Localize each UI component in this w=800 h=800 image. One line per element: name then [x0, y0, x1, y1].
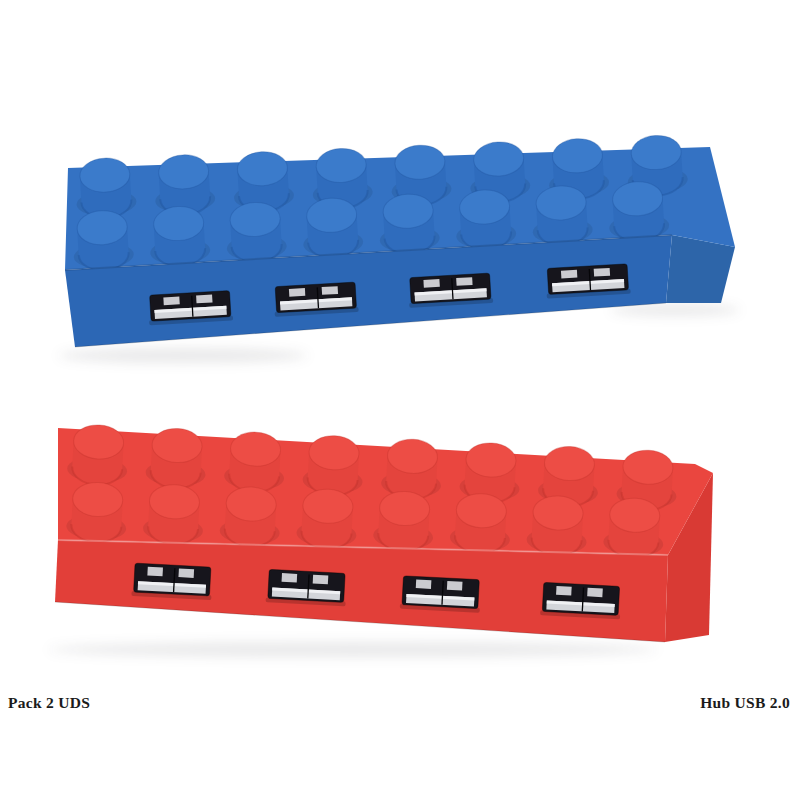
usb-port — [266, 569, 348, 606]
usb-port — [273, 282, 359, 317]
caption-pack-size: Pack 2 UDS — [8, 694, 90, 712]
brick-side-face — [666, 235, 735, 303]
usb-port — [545, 264, 631, 299]
caption-product-name: Hub USB 2.0 — [700, 694, 790, 712]
usb-port — [408, 273, 494, 308]
usb-port — [400, 576, 482, 613]
usb-port — [131, 563, 213, 600]
usb-port — [148, 290, 234, 325]
blue-brick-usb-hub — [45, 95, 745, 370]
product-photo: Pack 2 UDS Hub USB 2.0 — [0, 0, 800, 800]
usb-port — [540, 582, 622, 619]
red-brick-usb-hub — [25, 415, 725, 670]
